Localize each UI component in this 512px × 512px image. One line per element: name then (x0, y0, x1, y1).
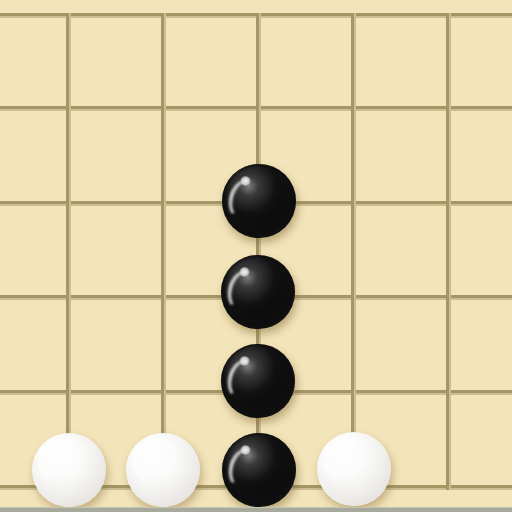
v-grid-line-2 (161, 13, 166, 490)
black-stone (221, 255, 295, 329)
v-grid-line-4 (351, 13, 356, 490)
black-stone (222, 433, 296, 507)
specular-highlight-crescent (34, 436, 86, 488)
white-stone (32, 433, 106, 507)
specular-highlight-crescent (224, 444, 265, 492)
black-stone (221, 344, 295, 418)
specular-highlight-crescent (223, 266, 264, 314)
gomoku-board[interactable] (0, 0, 512, 512)
v-grid-line-3 (256, 13, 261, 490)
v-grid-line-5 (446, 13, 451, 490)
black-stone (222, 164, 296, 238)
v-grid-line-1 (66, 13, 71, 490)
white-stone (317, 432, 391, 506)
specular-highlight-crescent (223, 355, 264, 403)
specular-highlight-crescent (319, 435, 371, 487)
white-stone (126, 433, 200, 507)
specular-highlight-crescent (128, 436, 180, 488)
board-bottom-edge-strip (0, 507, 512, 512)
specular-highlight-crescent (224, 175, 265, 223)
